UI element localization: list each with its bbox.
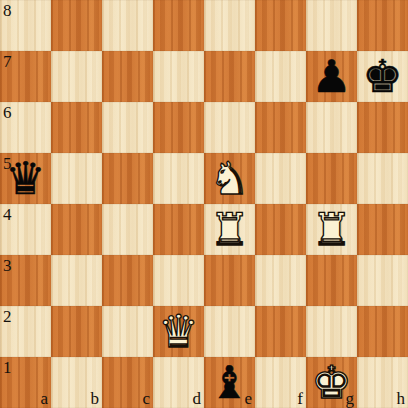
square-a4[interactable]: 4 — [0, 204, 51, 255]
rank-label-3: 3 — [3, 257, 12, 274]
square-g6[interactable] — [306, 102, 357, 153]
square-h1[interactable]: h — [357, 357, 408, 408]
file-label-b: b — [91, 390, 100, 407]
square-e6[interactable] — [204, 102, 255, 153]
file-label-c: c — [142, 390, 150, 407]
file-label-d: d — [193, 390, 202, 407]
piece-black-king-h7[interactable]: ♚︎ — [357, 51, 408, 102]
square-e7[interactable] — [204, 51, 255, 102]
square-h2[interactable] — [357, 306, 408, 357]
rank-label-4: 4 — [3, 206, 12, 223]
square-e5[interactable]: ♞︎ — [204, 153, 255, 204]
square-c8[interactable] — [102, 0, 153, 51]
square-f5[interactable] — [255, 153, 306, 204]
square-b1[interactable]: b — [51, 357, 102, 408]
square-d6[interactable] — [153, 102, 204, 153]
file-label-f: f — [297, 390, 303, 407]
square-d2[interactable]: ♛︎ — [153, 306, 204, 357]
square-c2[interactable] — [102, 306, 153, 357]
square-g4[interactable]: ♜︎ — [306, 204, 357, 255]
square-b2[interactable] — [51, 306, 102, 357]
square-c3[interactable] — [102, 255, 153, 306]
square-h6[interactable] — [357, 102, 408, 153]
square-h4[interactable] — [357, 204, 408, 255]
square-c6[interactable] — [102, 102, 153, 153]
square-f7[interactable] — [255, 51, 306, 102]
square-f4[interactable] — [255, 204, 306, 255]
file-label-a: a — [40, 390, 48, 407]
file-label-e: e — [244, 390, 252, 407]
square-g5[interactable] — [306, 153, 357, 204]
square-a6[interactable]: 6 — [0, 102, 51, 153]
rank-label-8: 8 — [3, 2, 12, 19]
chess-board: 87♟︎♚︎65♛︎♞︎4♜︎♜︎32♛︎1abcde♝︎fg♚︎h — [0, 0, 408, 408]
square-e3[interactable] — [204, 255, 255, 306]
rank-label-2: 2 — [3, 308, 12, 325]
square-c4[interactable] — [102, 204, 153, 255]
square-g8[interactable] — [306, 0, 357, 51]
square-e1[interactable]: e♝︎ — [204, 357, 255, 408]
file-label-h: h — [397, 390, 406, 407]
square-a3[interactable]: 3 — [0, 255, 51, 306]
square-c7[interactable] — [102, 51, 153, 102]
square-h5[interactable] — [357, 153, 408, 204]
piece-white-knight-e5[interactable]: ♞︎ — [204, 153, 255, 204]
square-e8[interactable] — [204, 0, 255, 51]
square-b3[interactable] — [51, 255, 102, 306]
piece-white-queen-d2[interactable]: ♛︎ — [153, 306, 204, 357]
square-h3[interactable] — [357, 255, 408, 306]
square-a5[interactable]: 5♛︎ — [0, 153, 51, 204]
square-d8[interactable] — [153, 0, 204, 51]
square-g7[interactable]: ♟︎ — [306, 51, 357, 102]
square-b5[interactable] — [51, 153, 102, 204]
square-b6[interactable] — [51, 102, 102, 153]
square-d4[interactable] — [153, 204, 204, 255]
square-d7[interactable] — [153, 51, 204, 102]
square-d5[interactable] — [153, 153, 204, 204]
file-label-g: g — [346, 390, 355, 407]
square-e4[interactable]: ♜︎ — [204, 204, 255, 255]
rank-label-1: 1 — [3, 359, 12, 376]
square-b4[interactable] — [51, 204, 102, 255]
square-f2[interactable] — [255, 306, 306, 357]
square-h7[interactable]: ♚︎ — [357, 51, 408, 102]
square-c5[interactable] — [102, 153, 153, 204]
rank-label-5: 5 — [3, 155, 12, 172]
square-h8[interactable] — [357, 0, 408, 51]
piece-black-pawn-g7[interactable]: ♟︎ — [306, 51, 357, 102]
square-g1[interactable]: g♚︎ — [306, 357, 357, 408]
square-a8[interactable]: 8 — [0, 0, 51, 51]
square-f8[interactable] — [255, 0, 306, 51]
square-b8[interactable] — [51, 0, 102, 51]
square-c1[interactable]: c — [102, 357, 153, 408]
rank-label-6: 6 — [3, 104, 12, 121]
square-a2[interactable]: 2 — [0, 306, 51, 357]
square-e2[interactable] — [204, 306, 255, 357]
square-f6[interactable] — [255, 102, 306, 153]
square-d1[interactable]: d — [153, 357, 204, 408]
square-a1[interactable]: 1a — [0, 357, 51, 408]
square-g2[interactable] — [306, 306, 357, 357]
square-g3[interactable] — [306, 255, 357, 306]
piece-white-rook-g4[interactable]: ♜︎ — [306, 204, 357, 255]
square-a7[interactable]: 7 — [0, 51, 51, 102]
square-d3[interactable] — [153, 255, 204, 306]
square-f1[interactable]: f — [255, 357, 306, 408]
piece-white-rook-e4[interactable]: ♜︎ — [204, 204, 255, 255]
square-f3[interactable] — [255, 255, 306, 306]
square-b7[interactable] — [51, 51, 102, 102]
rank-label-7: 7 — [3, 53, 12, 70]
